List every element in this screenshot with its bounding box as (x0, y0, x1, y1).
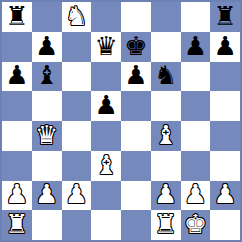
square-e7[interactable]: ♚ (121, 32, 151, 62)
black-pawn-piece: ♟ (94, 92, 117, 118)
square-d3[interactable]: ♝ (91, 151, 121, 181)
square-h8[interactable]: ♜ (210, 2, 240, 32)
square-g8[interactable] (181, 2, 211, 32)
square-d8[interactable] (91, 2, 121, 32)
square-h2[interactable]: ♟ (210, 181, 240, 211)
square-c4[interactable] (62, 121, 92, 151)
square-h1[interactable] (210, 210, 240, 240)
square-b6[interactable]: ♝ (32, 62, 62, 92)
square-g3[interactable] (181, 151, 211, 181)
black-rook-piece: ♜ (5, 3, 28, 29)
square-e5[interactable] (121, 91, 151, 121)
square-g5[interactable] (181, 91, 211, 121)
white-pawn-piece: ♟ (184, 181, 207, 207)
square-b3[interactable] (32, 151, 62, 181)
white-pawn-piece: ♟ (65, 181, 88, 207)
square-c1[interactable] (62, 210, 92, 240)
square-h3[interactable] (210, 151, 240, 181)
square-e1[interactable] (121, 210, 151, 240)
square-f1[interactable]: ♜ (151, 210, 181, 240)
square-e8[interactable] (121, 2, 151, 32)
square-f4[interactable]: ♝ (151, 121, 181, 151)
square-g6[interactable] (181, 62, 211, 92)
white-pawn-piece: ♟ (35, 181, 58, 207)
square-b7[interactable]: ♟ (32, 32, 62, 62)
square-a2[interactable]: ♟ (2, 181, 32, 211)
white-bishop-piece: ♝ (94, 152, 117, 178)
black-pawn-piece: ♟ (5, 62, 28, 88)
white-king-piece: ♚ (184, 211, 207, 237)
square-b2[interactable]: ♟ (32, 181, 62, 211)
white-pawn-piece: ♟ (213, 181, 236, 207)
chess-board: ♜♞♜♟♛♚♟♟♟♝♟♞♟♛♝♝♟♟♟♟♟♟♜♜♚ (0, 0, 242, 242)
square-h5[interactable] (210, 91, 240, 121)
square-c6[interactable] (62, 62, 92, 92)
white-queen-piece: ♛ (35, 122, 58, 148)
square-a7[interactable] (2, 32, 32, 62)
square-b4[interactable]: ♛ (32, 121, 62, 151)
square-a5[interactable] (2, 91, 32, 121)
square-g4[interactable] (181, 121, 211, 151)
square-c3[interactable] (62, 151, 92, 181)
black-bishop-piece: ♝ (35, 62, 58, 88)
square-d5[interactable]: ♟ (91, 91, 121, 121)
square-a1[interactable]: ♜ (2, 210, 32, 240)
square-c2[interactable]: ♟ (62, 181, 92, 211)
white-rook-piece: ♜ (154, 211, 177, 237)
black-rook-piece: ♜ (213, 3, 236, 29)
square-e6[interactable]: ♟ (121, 62, 151, 92)
square-g2[interactable]: ♟ (181, 181, 211, 211)
square-e3[interactable] (121, 151, 151, 181)
square-g7[interactable]: ♟ (181, 32, 211, 62)
square-h7[interactable]: ♟ (210, 32, 240, 62)
square-a4[interactable] (2, 121, 32, 151)
square-a3[interactable] (2, 151, 32, 181)
square-c7[interactable] (62, 32, 92, 62)
square-h6[interactable] (210, 62, 240, 92)
square-f7[interactable] (151, 32, 181, 62)
square-e4[interactable] (121, 121, 151, 151)
square-f5[interactable] (151, 91, 181, 121)
square-b5[interactable] (32, 91, 62, 121)
square-f3[interactable] (151, 151, 181, 181)
square-a8[interactable]: ♜ (2, 2, 32, 32)
white-pawn-piece: ♟ (154, 181, 177, 207)
square-f2[interactable]: ♟ (151, 181, 181, 211)
black-pawn-piece: ♟ (35, 33, 58, 59)
square-g1[interactable]: ♚ (181, 210, 211, 240)
square-f8[interactable] (151, 2, 181, 32)
white-pawn-piece: ♟ (5, 181, 28, 207)
square-c8[interactable]: ♞ (62, 2, 92, 32)
square-e2[interactable] (121, 181, 151, 211)
square-d2[interactable] (91, 181, 121, 211)
square-c5[interactable] (62, 91, 92, 121)
black-pawn-piece: ♟ (124, 62, 147, 88)
black-queen-piece: ♛ (94, 33, 117, 59)
black-king-piece: ♚ (124, 33, 147, 59)
square-d4[interactable] (91, 121, 121, 151)
black-knight-piece: ♞ (154, 62, 177, 88)
square-d6[interactable] (91, 62, 121, 92)
square-b1[interactable] (32, 210, 62, 240)
white-bishop-piece: ♝ (154, 122, 177, 148)
square-b8[interactable] (32, 2, 62, 32)
square-d7[interactable]: ♛ (91, 32, 121, 62)
square-f6[interactable]: ♞ (151, 62, 181, 92)
black-pawn-piece: ♟ (213, 33, 236, 59)
square-h4[interactable] (210, 121, 240, 151)
white-rook-piece: ♜ (5, 211, 28, 237)
black-pawn-piece: ♟ (184, 33, 207, 59)
square-a6[interactable]: ♟ (2, 62, 32, 92)
square-d1[interactable] (91, 210, 121, 240)
white-knight-piece: ♞ (65, 3, 88, 29)
